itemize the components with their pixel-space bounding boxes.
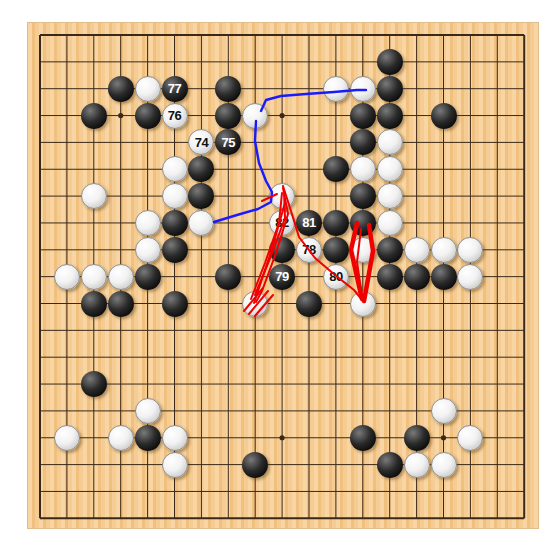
stone-black-c5r8 (162, 237, 188, 263)
stone-white-c13r6 (377, 183, 403, 209)
stone-black-c5r7 (162, 210, 188, 236)
stone-white-c16r8 (457, 237, 483, 263)
move-label-74: 74 (195, 136, 208, 149)
stone-black-c14r15 (404, 425, 430, 451)
star-point (280, 113, 285, 118)
stone-white-c15r16 (431, 452, 457, 478)
move-label-77: 77 (168, 82, 181, 95)
stone-black-c12r4 (350, 129, 376, 155)
stone-black-c4r3 (135, 103, 161, 129)
stone-black-c13r8 (377, 237, 403, 263)
go-board-diagram: 777674758281787980 (0, 0, 546, 548)
stone-white-c16r9 (457, 264, 483, 290)
star-point (441, 435, 446, 440)
stone-white-c12r5 (350, 156, 376, 182)
stone-white-c13r4 (377, 129, 403, 155)
stone-white-c15r8 (431, 237, 457, 263)
stone-white-c10r8: 78 (296, 237, 322, 263)
move-label-80: 80 (329, 270, 342, 283)
stone-black-c7r9 (215, 264, 241, 290)
stone-black-c11r5 (323, 156, 349, 182)
stone-white-c11r2 (323, 76, 349, 102)
stone-white-c9r7: 82 (269, 210, 295, 236)
stone-black-c2r13 (81, 371, 107, 397)
stone-white-c4r7 (135, 210, 161, 236)
stone-white-c5r16 (162, 452, 188, 478)
stone-black-c5r10 (162, 291, 188, 317)
stone-white-c4r14 (135, 398, 161, 424)
stone-black-c3r10 (108, 291, 134, 317)
stone-white-c2r9 (81, 264, 107, 290)
stone-black-c5r2: 77 (162, 76, 188, 102)
stone-white-c5r6 (162, 183, 188, 209)
stone-white-c5r3: 76 (162, 103, 188, 129)
stone-white-c14r8 (404, 237, 430, 263)
stone-white-c13r7 (377, 210, 403, 236)
stone-black-c12r3 (350, 103, 376, 129)
move-label-81: 81 (302, 216, 315, 229)
stone-white-c16r15 (457, 425, 483, 451)
stone-white-c4r2 (135, 76, 161, 102)
stone-white-c8r3 (242, 103, 268, 129)
stone-black-c11r8 (323, 237, 349, 263)
stone-white-c13r5 (377, 156, 403, 182)
stone-black-c13r1 (377, 49, 403, 75)
stone-black-c13r9 (377, 264, 403, 290)
stone-white-c12r10 (350, 291, 376, 317)
stone-black-c7r2 (215, 76, 241, 102)
move-label-78: 78 (302, 243, 315, 256)
stone-black-c13r16 (377, 452, 403, 478)
stone-white-c1r15 (54, 425, 80, 451)
stone-black-c3r2 (108, 76, 134, 102)
move-label-82: 82 (275, 216, 288, 229)
stone-white-c2r6 (81, 183, 107, 209)
move-label-79: 79 (275, 270, 288, 283)
stone-black-c12r7 (350, 210, 376, 236)
stone-black-c13r3 (377, 103, 403, 129)
stone-black-c9r9: 79 (269, 264, 295, 290)
star-point (280, 435, 285, 440)
stone-white-c8r10 (242, 291, 268, 317)
stone-white-c1r9 (54, 264, 80, 290)
stone-black-c15r9 (431, 264, 457, 290)
stone-white-c4r8 (135, 237, 161, 263)
stone-white-c12r2 (350, 76, 376, 102)
stone-white-c9r6 (269, 183, 295, 209)
stone-black-c7r3 (215, 103, 241, 129)
stone-black-c2r10 (81, 291, 107, 317)
stone-black-c11r7 (323, 210, 349, 236)
stone-black-c2r3 (81, 103, 107, 129)
stone-black-c13r2 (377, 76, 403, 102)
move-label-75: 75 (222, 136, 235, 149)
stone-black-c14r9 (404, 264, 430, 290)
stone-black-c9r8 (269, 237, 295, 263)
stone-white-c15r14 (431, 398, 457, 424)
stone-white-c12r8 (350, 237, 376, 263)
stone-black-c12r15 (350, 425, 376, 451)
stone-black-c4r15 (135, 425, 161, 451)
stone-white-c3r15 (108, 425, 134, 451)
stone-black-c8r16 (242, 452, 268, 478)
stone-white-c5r5 (162, 156, 188, 182)
stone-black-c15r3 (431, 103, 457, 129)
stone-black-c12r6 (350, 183, 376, 209)
stone-white-c11r9: 80 (323, 264, 349, 290)
star-point (118, 113, 123, 118)
stone-white-c14r16 (404, 452, 430, 478)
stone-black-c10r7: 81 (296, 210, 322, 236)
stone-black-c10r10 (296, 291, 322, 317)
stone-black-c4r9 (135, 264, 161, 290)
stone-white-c3r9 (108, 264, 134, 290)
stone-white-c5r15 (162, 425, 188, 451)
move-label-76: 76 (168, 109, 181, 122)
